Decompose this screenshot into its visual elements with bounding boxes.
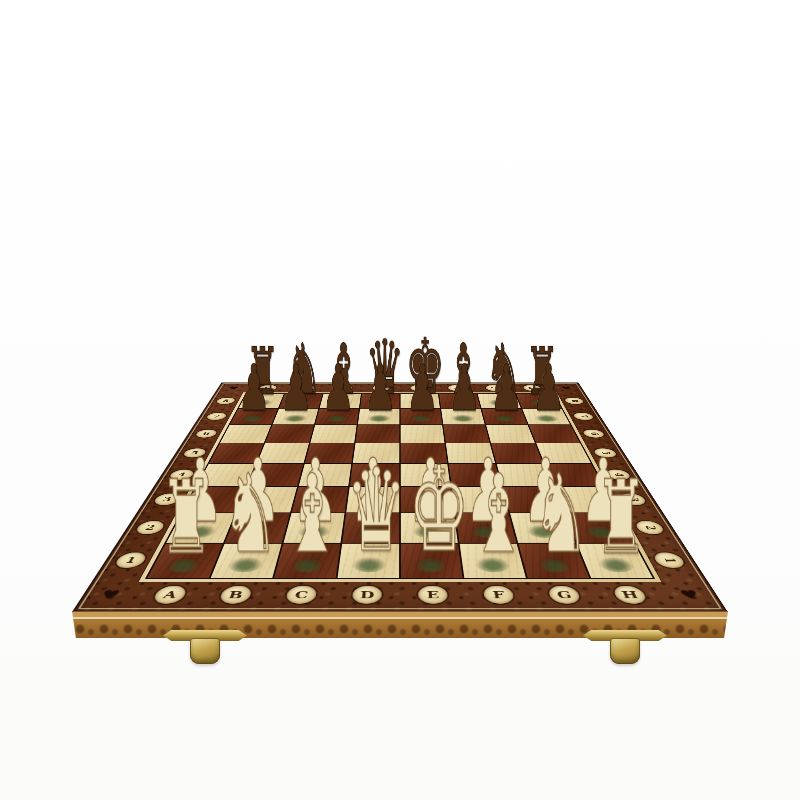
square-a3[interactable] bbox=[183, 487, 246, 513]
square-h5[interactable] bbox=[536, 443, 591, 463]
clasp-hasp-icon bbox=[610, 638, 640, 664]
square-d6[interactable] bbox=[356, 425, 400, 443]
square-c7[interactable] bbox=[315, 409, 359, 425]
square-c2[interactable] bbox=[284, 513, 345, 542]
square-d3[interactable] bbox=[346, 487, 399, 513]
brass-clasp-left bbox=[163, 630, 247, 670]
square-e8[interactable] bbox=[401, 394, 440, 408]
file-label-far-f: F bbox=[448, 385, 466, 391]
square-c8[interactable] bbox=[320, 394, 361, 408]
square-d7[interactable] bbox=[358, 409, 399, 425]
square-g4[interactable] bbox=[497, 464, 553, 486]
square-e7[interactable] bbox=[401, 409, 442, 425]
square-g3[interactable] bbox=[503, 487, 563, 513]
square-h4[interactable] bbox=[545, 464, 604, 486]
square-b6[interactable] bbox=[265, 425, 314, 443]
square-c5[interactable] bbox=[305, 443, 354, 463]
square-f7[interactable] bbox=[441, 409, 485, 425]
square-g7[interactable] bbox=[482, 409, 528, 425]
square-f1[interactable] bbox=[460, 544, 526, 578]
square-h6[interactable] bbox=[529, 425, 580, 443]
file-label-far-e: E bbox=[410, 385, 427, 391]
square-g5[interactable] bbox=[491, 443, 543, 463]
square-b2[interactable] bbox=[225, 513, 290, 542]
square-a2[interactable] bbox=[166, 513, 235, 542]
square-a5[interactable] bbox=[209, 443, 264, 463]
square-b1[interactable] bbox=[211, 544, 282, 578]
square-e6[interactable] bbox=[401, 425, 445, 443]
chess-board: ♥ ♥ ♥ ♥ ABCDEFGH ABCDEFGH 12345678 12345… bbox=[72, 383, 728, 612]
square-g2[interactable] bbox=[510, 513, 575, 542]
square-d4[interactable] bbox=[350, 464, 400, 486]
file-label-e: E bbox=[418, 586, 448, 604]
square-d1[interactable] bbox=[338, 544, 400, 578]
square-f8[interactable] bbox=[439, 394, 480, 408]
square-f4[interactable] bbox=[449, 464, 502, 486]
square-c6[interactable] bbox=[310, 425, 356, 443]
square-c3[interactable] bbox=[292, 487, 348, 513]
square-b4[interactable] bbox=[248, 464, 304, 486]
square-c1[interactable] bbox=[274, 544, 340, 578]
square-d8[interactable] bbox=[360, 394, 399, 408]
brass-clasp-right bbox=[583, 630, 667, 670]
square-f6[interactable] bbox=[443, 425, 489, 443]
square-e3[interactable] bbox=[401, 487, 454, 513]
square-e2[interactable] bbox=[401, 513, 458, 542]
square-e5[interactable] bbox=[401, 443, 448, 463]
square-e4[interactable] bbox=[401, 464, 451, 486]
square-f2[interactable] bbox=[455, 513, 516, 542]
square-e1[interactable] bbox=[401, 544, 463, 578]
square-a6[interactable] bbox=[220, 425, 271, 443]
square-b5[interactable] bbox=[257, 443, 309, 463]
square-f5[interactable] bbox=[446, 443, 495, 463]
square-a7[interactable] bbox=[230, 409, 278, 425]
square-d5[interactable] bbox=[353, 443, 400, 463]
square-a4[interactable] bbox=[197, 464, 256, 486]
clasp-hasp-icon bbox=[190, 638, 220, 664]
square-h8[interactable] bbox=[516, 394, 561, 408]
square-c4[interactable] bbox=[299, 464, 352, 486]
square-b7[interactable] bbox=[273, 409, 319, 425]
square-b8[interactable] bbox=[279, 394, 322, 408]
square-f3[interactable] bbox=[452, 487, 508, 513]
square-g8[interactable] bbox=[478, 394, 521, 408]
square-g6[interactable] bbox=[486, 425, 535, 443]
square-a8[interactable] bbox=[239, 394, 284, 408]
square-d2[interactable] bbox=[342, 513, 399, 542]
square-b3[interactable] bbox=[237, 487, 297, 513]
photo-background: ♥ ♥ ♥ ♥ ABCDEFGH ABCDEFGH 12345678 12345… bbox=[0, 0, 800, 800]
square-h7[interactable] bbox=[522, 409, 570, 425]
